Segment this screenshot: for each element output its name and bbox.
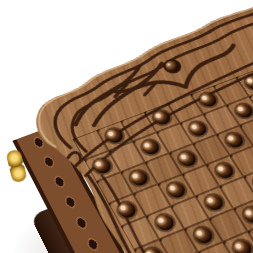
dome-marker — [115, 200, 138, 220]
dome-marker — [141, 246, 165, 253]
dome-marker — [128, 168, 151, 187]
dome-marker — [251, 173, 253, 192]
dome-marker — [187, 120, 209, 138]
dome-marker — [104, 127, 126, 145]
dome-marker — [165, 180, 188, 200]
dome-marker — [203, 193, 226, 213]
dome-marker — [223, 131, 246, 149]
dome-marker — [140, 138, 162, 157]
dome-marker — [233, 102, 253, 120]
dome-marker — [231, 238, 253, 253]
product-photo-stage — [0, 0, 253, 253]
dome-marker — [197, 91, 219, 109]
dome-marker — [213, 161, 236, 180]
dome-marker — [241, 205, 253, 225]
dome-marker — [151, 109, 173, 127]
dome-marker — [243, 74, 253, 91]
dome-marker — [192, 225, 216, 246]
motif-center-dome — [162, 58, 183, 75]
dome-marker — [153, 212, 177, 232]
dome-marker — [176, 150, 199, 169]
dome-marker — [91, 157, 113, 176]
